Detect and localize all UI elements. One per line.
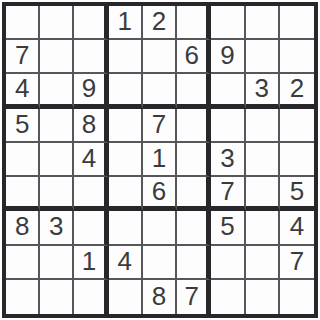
cell-r5c3[interactable]: 4: [74, 143, 108, 177]
cell-r2c9[interactable]: [280, 40, 314, 74]
cell-r2c3[interactable]: [74, 40, 108, 74]
cell-digit: 5: [15, 111, 29, 137]
cell-r7c5[interactable]: [143, 211, 177, 245]
cell-r6c5[interactable]: 6: [143, 177, 177, 211]
cell-r3c6[interactable]: [177, 74, 211, 108]
cell-r1c3[interactable]: [74, 6, 108, 40]
cell-r9c2[interactable]: [40, 280, 74, 314]
cell-r9c5[interactable]: 8: [143, 280, 177, 314]
cell-r4c1[interactable]: 5: [6, 109, 40, 143]
cell-r6c1[interactable]: [6, 177, 40, 211]
cell-digit: 7: [152, 111, 166, 137]
cell-r9c4[interactable]: [109, 280, 143, 314]
cell-r5c7[interactable]: 3: [211, 143, 245, 177]
cell-r7c2[interactable]: 3: [40, 211, 74, 245]
cell-r1c9[interactable]: [280, 6, 314, 40]
cell-digit: 1: [152, 145, 166, 171]
cell-digit: 8: [152, 283, 166, 309]
cell-r3c8[interactable]: 3: [246, 74, 280, 108]
cell-r8c3[interactable]: 1: [74, 246, 108, 280]
cell-r4c4[interactable]: [109, 109, 143, 143]
cell-digit: 9: [220, 42, 234, 68]
cell-r1c5[interactable]: 2: [143, 6, 177, 40]
cell-r2c5[interactable]: [143, 40, 177, 74]
cell-r7c7[interactable]: 5: [211, 211, 245, 245]
cell-r4c3[interactable]: 8: [74, 109, 108, 143]
cell-r4c6[interactable]: [177, 109, 211, 143]
cell-r1c1[interactable]: [6, 6, 40, 40]
cell-r7c8[interactable]: [246, 211, 280, 245]
cell-digit: 5: [220, 213, 234, 239]
cell-r3c9[interactable]: 2: [280, 74, 314, 108]
cell-digit: 5: [290, 178, 304, 204]
cell-r8c1[interactable]: [6, 246, 40, 280]
cell-r5c2[interactable]: [40, 143, 74, 177]
cell-r9c6[interactable]: 7: [177, 280, 211, 314]
cell-r1c4[interactable]: 1: [109, 6, 143, 40]
cell-r5c4[interactable]: [109, 143, 143, 177]
cell-r7c6[interactable]: [177, 211, 211, 245]
cell-r3c7[interactable]: [211, 74, 245, 108]
cell-r9c9[interactable]: [280, 280, 314, 314]
cell-r8c9[interactable]: 7: [280, 246, 314, 280]
cell-r4c7[interactable]: [211, 109, 245, 143]
cell-digit: 6: [184, 42, 198, 68]
cell-r5c1[interactable]: [6, 143, 40, 177]
cell-r8c6[interactable]: [177, 246, 211, 280]
cell-r8c7[interactable]: [211, 246, 245, 280]
cell-r5c5[interactable]: 1: [143, 143, 177, 177]
cell-r3c1[interactable]: 4: [6, 74, 40, 108]
cell-r6c4[interactable]: [109, 177, 143, 211]
cell-digit: 4: [118, 248, 132, 274]
cell-digit: 3: [254, 75, 268, 101]
cell-digit: 2: [152, 8, 166, 34]
cell-r2c1[interactable]: 7: [6, 40, 40, 74]
cell-r6c8[interactable]: [246, 177, 280, 211]
cell-r2c6[interactable]: 6: [177, 40, 211, 74]
cell-r8c5[interactable]: [143, 246, 177, 280]
cell-digit: 4: [290, 213, 304, 239]
cell-r1c8[interactable]: [246, 6, 280, 40]
cell-r4c8[interactable]: [246, 109, 280, 143]
cell-digit: 7: [15, 42, 29, 68]
cell-r9c8[interactable]: [246, 280, 280, 314]
cell-r5c9[interactable]: [280, 143, 314, 177]
cell-r8c4[interactable]: 4: [109, 246, 143, 280]
cell-digit: 8: [15, 213, 29, 239]
cell-digit: 7: [184, 283, 198, 309]
cell-r8c8[interactable]: [246, 246, 280, 280]
cell-r5c6[interactable]: [177, 143, 211, 177]
cell-r2c4[interactable]: [109, 40, 143, 74]
cell-r6c3[interactable]: [74, 177, 108, 211]
cell-r6c6[interactable]: [177, 177, 211, 211]
cell-r7c3[interactable]: [74, 211, 108, 245]
cell-r6c2[interactable]: [40, 177, 74, 211]
cell-r9c3[interactable]: [74, 280, 108, 314]
cell-r6c7[interactable]: 7: [211, 177, 245, 211]
cell-r3c2[interactable]: [40, 74, 74, 108]
cell-r4c5[interactable]: 7: [143, 109, 177, 143]
sudoku-board: 127694932587413675835414787: [2, 2, 318, 318]
cell-digit: 1: [118, 8, 132, 34]
cell-r7c9[interactable]: 4: [280, 211, 314, 245]
cell-digit: 3: [49, 213, 63, 239]
cell-r1c6[interactable]: [177, 6, 211, 40]
cell-digit: 1: [82, 248, 96, 274]
cell-r2c2[interactable]: [40, 40, 74, 74]
cell-r5c8[interactable]: [246, 143, 280, 177]
cell-r1c2[interactable]: [40, 6, 74, 40]
cell-digit: 7: [290, 248, 304, 274]
cell-r4c9[interactable]: [280, 109, 314, 143]
cell-r2c7[interactable]: 9: [211, 40, 245, 74]
cell-r7c4[interactable]: [109, 211, 143, 245]
cell-r3c3[interactable]: 9: [74, 74, 108, 108]
cell-digit: 7: [220, 178, 234, 204]
cell-r3c4[interactable]: [109, 74, 143, 108]
cell-r3c5[interactable]: [143, 74, 177, 108]
cell-digit: 9: [82, 75, 96, 101]
cell-digit: 2: [290, 75, 304, 101]
cell-digit: 4: [15, 75, 29, 101]
cell-r1c7[interactable]: [211, 6, 245, 40]
cell-r2c8[interactable]: [246, 40, 280, 74]
cell-digit: 4: [82, 145, 96, 171]
cell-r7c1[interactable]: 8: [6, 211, 40, 245]
cell-r9c1[interactable]: [6, 280, 40, 314]
cell-r6c9[interactable]: 5: [280, 177, 314, 211]
cell-r8c2[interactable]: [40, 246, 74, 280]
cell-digit: 8: [82, 111, 96, 137]
cell-r4c2[interactable]: [40, 109, 74, 143]
cell-digit: 6: [152, 178, 166, 204]
cell-digit: 3: [220, 145, 234, 171]
cell-r9c7[interactable]: [211, 280, 245, 314]
